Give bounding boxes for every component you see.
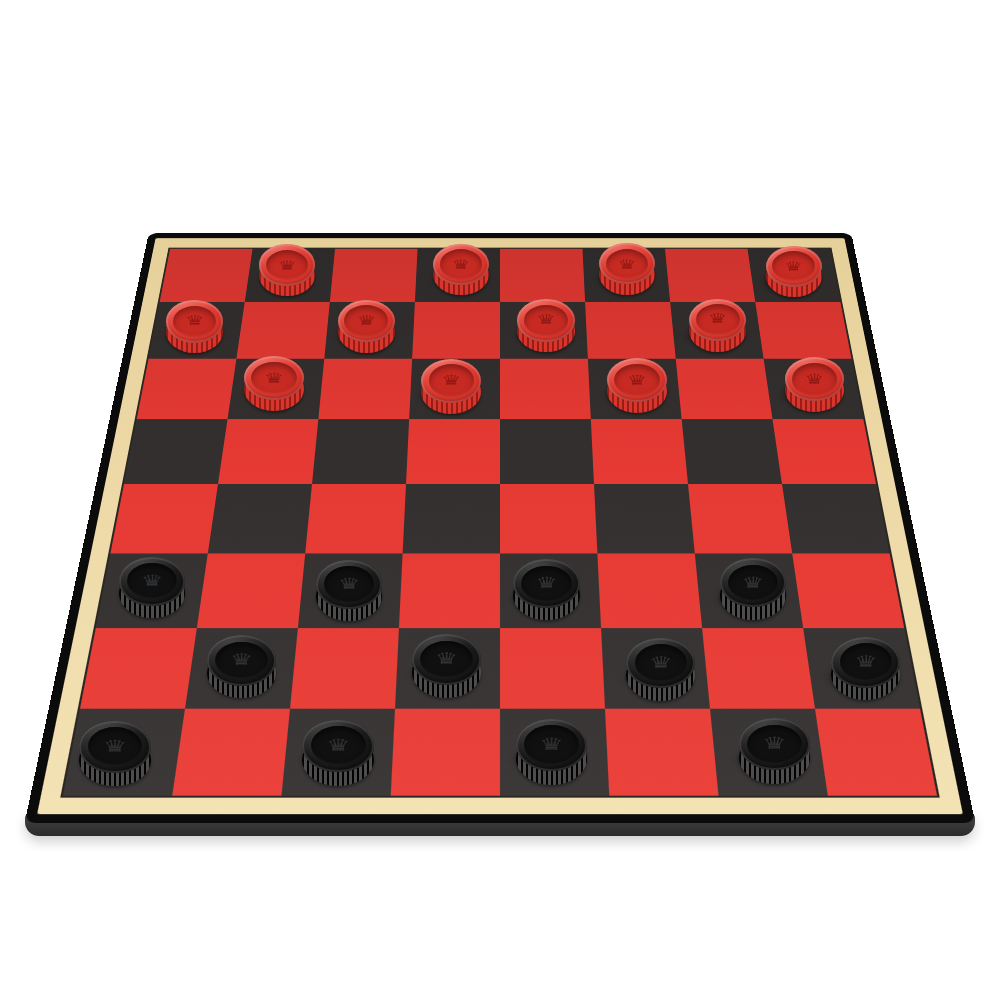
crown-icon: ♛: [277, 258, 296, 271]
red-piece[interactable]: ♛: [421, 359, 481, 414]
red-piece[interactable]: ♛: [517, 299, 575, 352]
piece-recess: ♛: [251, 362, 296, 394]
piece-recess: ♛: [524, 725, 578, 764]
crown-icon: ♛: [441, 373, 461, 387]
scene: ♛♛♛♛♛♛♛♛♛♛♛♛♛♛♛♛♛♛♛♛♛♛♛♛: [0, 0, 1000, 1000]
black-piece[interactable]: ♛: [316, 560, 382, 621]
pieces-layer: ♛♛♛♛♛♛♛♛♛♛♛♛♛♛♛♛♛♛♛♛♛♛♛♛: [0, 0, 1000, 1000]
piece-recess: ♛: [521, 566, 571, 602]
crown-icon: ♛: [741, 575, 764, 591]
crown-icon: ♛: [762, 735, 786, 752]
crown-icon: ♛: [539, 736, 563, 753]
red-piece[interactable]: ♛: [599, 243, 655, 294]
piece-top-face: ♛: [244, 356, 304, 400]
crown-icon: ♛: [326, 737, 350, 754]
black-piece[interactable]: ♛: [119, 557, 185, 618]
black-piece[interactable]: ♛: [739, 718, 811, 784]
crown-icon: ♛: [535, 575, 558, 591]
red-piece[interactable]: ♛: [785, 357, 845, 412]
black-piece[interactable]: ♛: [302, 720, 374, 786]
crown-icon: ♛: [784, 259, 803, 272]
piece-top-face: ♛: [316, 560, 382, 609]
piece-recess: ♛: [420, 641, 472, 679]
red-piece[interactable]: ♛: [433, 244, 489, 295]
piece-recess: ♛: [747, 725, 801, 764]
black-piece[interactable]: ♛: [626, 638, 695, 701]
black-piece[interactable]: ♛: [207, 635, 276, 698]
piece-recess: ♛: [635, 644, 687, 682]
piece-top-face: ♛: [166, 300, 224, 343]
piece-recess: ♛: [173, 306, 217, 337]
piece-top-face: ♛: [79, 721, 151, 774]
crown-icon: ♛: [141, 573, 164, 589]
black-piece[interactable]: ♛: [412, 634, 481, 697]
piece-top-face: ♛: [831, 637, 900, 688]
red-piece[interactable]: ♛: [607, 358, 667, 413]
crown-icon: ♛: [185, 314, 205, 328]
black-piece[interactable]: ♛: [831, 637, 900, 700]
piece-top-face: ♛: [517, 299, 575, 341]
crown-icon: ♛: [536, 313, 556, 327]
piece-top-face: ♛: [513, 559, 579, 608]
piece-top-face: ♛: [119, 557, 185, 606]
red-piece[interactable]: ♛: [259, 244, 315, 295]
black-piece[interactable]: ♛: [79, 721, 151, 787]
crown-icon: ♛: [627, 372, 647, 386]
piece-top-face: ♛: [766, 246, 822, 287]
piece-recess: ♛: [88, 727, 143, 766]
piece-top-face: ♛: [302, 720, 374, 773]
crown-icon: ♛: [357, 314, 377, 328]
black-piece[interactable]: ♛: [516, 719, 588, 785]
piece-recess: ♛: [792, 363, 837, 395]
piece-recess: ♛: [311, 726, 366, 765]
piece-recess: ♛: [840, 643, 892, 681]
piece-top-face: ♛: [207, 635, 276, 686]
crown-icon: ♛: [103, 738, 127, 755]
piece-recess: ♛: [127, 563, 177, 599]
piece-recess: ♛: [696, 304, 740, 335]
piece-top-face: ♛: [689, 299, 747, 341]
red-piece[interactable]: ♛: [166, 300, 224, 353]
crown-icon: ♛: [435, 651, 458, 667]
piece-top-face: ♛: [412, 634, 481, 685]
piece-recess: ♛: [324, 566, 374, 602]
piece-recess: ♛: [215, 642, 267, 680]
crown-icon: ♛: [230, 652, 253, 668]
piece-recess: ♛: [728, 565, 778, 601]
red-piece[interactable]: ♛: [766, 246, 822, 297]
red-piece[interactable]: ♛: [244, 356, 304, 411]
piece-top-face: ♛: [720, 558, 786, 607]
piece-recess: ♛: [266, 250, 308, 280]
crown-icon: ♛: [854, 653, 877, 669]
crown-icon: ♛: [264, 371, 284, 385]
piece-top-face: ♛: [433, 244, 489, 285]
crown-icon: ♛: [649, 654, 673, 670]
piece-top-face: ♛: [421, 359, 481, 403]
piece-top-face: ♛: [259, 244, 315, 285]
crown-icon: ♛: [804, 372, 824, 386]
crown-icon: ♛: [451, 257, 470, 270]
black-piece[interactable]: ♛: [720, 558, 786, 619]
crown-icon: ♛: [708, 312, 728, 326]
piece-top-face: ♛: [338, 300, 396, 343]
piece-recess: ♛: [429, 364, 474, 397]
red-piece[interactable]: ♛: [338, 300, 396, 353]
piece-recess: ♛: [440, 249, 482, 279]
piece-recess: ♛: [614, 364, 659, 397]
piece-recess: ♛: [606, 249, 648, 279]
crown-icon: ♛: [338, 576, 361, 592]
piece-recess: ♛: [524, 305, 568, 336]
piece-recess: ♛: [772, 251, 815, 281]
piece-top-face: ♛: [785, 357, 845, 401]
crown-icon: ♛: [618, 257, 637, 270]
black-piece[interactable]: ♛: [513, 559, 579, 620]
piece-top-face: ♛: [607, 358, 667, 402]
piece-recess: ♛: [344, 305, 388, 336]
red-piece[interactable]: ♛: [689, 299, 747, 352]
